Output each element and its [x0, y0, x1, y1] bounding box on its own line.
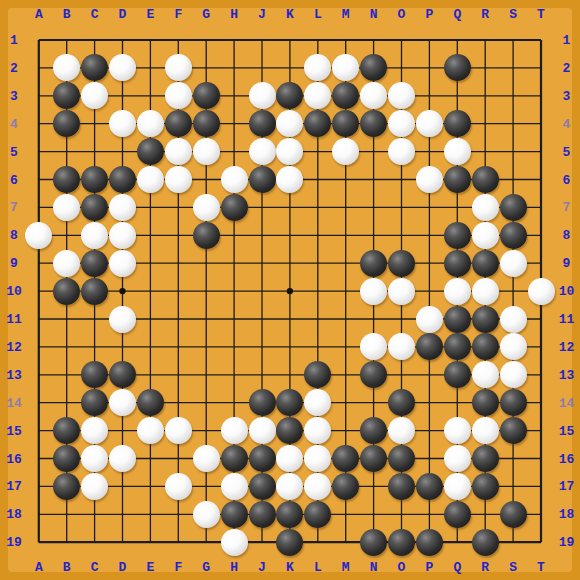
row-label-right-2: 2	[563, 61, 571, 74]
stone-O16-black[interactable]	[388, 445, 415, 472]
stone-C7-black[interactable]	[81, 194, 108, 221]
stone-F6-white[interactable]	[165, 166, 192, 193]
col-label-bottom-O: O	[398, 560, 406, 573]
stone-P6-white[interactable]	[416, 166, 443, 193]
col-label-top-R: R	[481, 8, 489, 21]
col-label-top-L: L	[314, 8, 322, 21]
col-label-top-Q: Q	[453, 8, 461, 21]
star-point-D10	[119, 288, 125, 294]
stone-O4-white[interactable]	[388, 110, 415, 137]
stone-J18-black[interactable]	[249, 501, 276, 528]
col-label-top-N: N	[370, 8, 378, 21]
col-label-top-D: D	[119, 8, 127, 21]
stone-C16-white[interactable]	[81, 445, 108, 472]
stone-R14-black[interactable]	[472, 389, 499, 416]
row-label-right-13: 13	[559, 368, 575, 381]
col-label-bottom-B: B	[63, 560, 71, 573]
stone-F17-white[interactable]	[165, 473, 192, 500]
stone-Q9-black[interactable]	[444, 250, 471, 277]
row-label-right-9: 9	[563, 257, 571, 270]
stone-Q17-white[interactable]	[444, 473, 471, 500]
row-label-right-5: 5	[563, 145, 571, 158]
row-label-left-8: 8	[10, 229, 18, 242]
row-label-left-9: 9	[10, 257, 18, 270]
stone-J5-white[interactable]	[249, 138, 276, 165]
go-board[interactable]: AABBCCDDEEFFGGHHJJKKLLMMNNOOPPQQRRSSTT11…	[0, 0, 580, 580]
stone-F4-black[interactable]	[165, 110, 192, 137]
stone-B7-white[interactable]	[53, 194, 80, 221]
stone-R17-black[interactable]	[472, 473, 499, 500]
stone-N10-white[interactable]	[360, 278, 387, 305]
col-label-bottom-L: L	[314, 560, 322, 573]
row-label-right-11: 11	[559, 313, 575, 326]
stone-G7-white[interactable]	[193, 194, 220, 221]
row-label-left-19: 19	[6, 536, 22, 549]
col-label-bottom-D: D	[119, 560, 127, 573]
row-label-right-1: 1	[563, 34, 571, 47]
stone-D9-white[interactable]	[109, 250, 136, 277]
stone-N9-black[interactable]	[360, 250, 387, 277]
stone-D7-white[interactable]	[109, 194, 136, 221]
col-label-bottom-C: C	[91, 560, 99, 573]
stone-F3-white[interactable]	[165, 82, 192, 109]
stone-R19-black[interactable]	[472, 529, 499, 556]
stone-M17-black[interactable]	[332, 473, 359, 500]
row-label-right-7: 7	[563, 201, 571, 214]
stone-G4-black[interactable]	[193, 110, 220, 137]
row-label-right-15: 15	[559, 424, 575, 437]
stone-H6-white[interactable]	[221, 166, 248, 193]
stone-J14-black[interactable]	[249, 389, 276, 416]
col-label-bottom-K: K	[286, 560, 294, 573]
stone-R12-black[interactable]	[472, 333, 499, 360]
col-label-bottom-S: S	[509, 560, 517, 573]
row-label-right-3: 3	[563, 89, 571, 102]
stone-E4-white[interactable]	[137, 110, 164, 137]
row-label-left-15: 15	[6, 424, 22, 437]
stone-D4-white[interactable]	[109, 110, 136, 137]
col-label-top-P: P	[425, 8, 433, 21]
row-label-left-10: 10	[6, 285, 22, 298]
row-label-left-7: 7	[10, 201, 18, 214]
stone-C9-black[interactable]	[81, 250, 108, 277]
stone-B17-black[interactable]	[53, 473, 80, 500]
col-label-bottom-M: M	[342, 560, 350, 573]
stone-K19-black[interactable]	[276, 529, 303, 556]
stone-C10-black[interactable]	[81, 278, 108, 305]
row-label-right-10: 10	[559, 285, 575, 298]
col-label-top-B: B	[63, 8, 71, 21]
col-label-bottom-P: P	[425, 560, 433, 573]
stone-H7-black[interactable]	[221, 194, 248, 221]
stone-P19-black[interactable]	[416, 529, 443, 556]
row-label-right-19: 19	[559, 536, 575, 549]
row-label-left-18: 18	[6, 508, 22, 521]
col-label-top-F: F	[174, 8, 182, 21]
stone-S18-black[interactable]	[500, 501, 527, 528]
stone-M16-black[interactable]	[332, 445, 359, 472]
col-label-top-C: C	[91, 8, 99, 21]
row-label-right-8: 8	[563, 229, 571, 242]
stone-S12-white[interactable]	[500, 333, 527, 360]
row-label-right-6: 6	[563, 173, 571, 186]
stone-H15-white[interactable]	[221, 417, 248, 444]
row-label-left-16: 16	[6, 452, 22, 465]
stone-N16-black[interactable]	[360, 445, 387, 472]
col-label-top-M: M	[342, 8, 350, 21]
stone-D11-white[interactable]	[109, 306, 136, 333]
stone-T10-white[interactable]	[528, 278, 555, 305]
stone-J3-white[interactable]	[249, 82, 276, 109]
row-label-left-4: 4	[10, 117, 18, 130]
col-label-bottom-J: J	[258, 560, 266, 573]
stone-H17-white[interactable]	[221, 473, 248, 500]
stone-Q12-black[interactable]	[444, 333, 471, 360]
stone-E15-white[interactable]	[137, 417, 164, 444]
col-label-bottom-G: G	[202, 560, 210, 573]
col-label-top-A: A	[35, 8, 43, 21]
col-label-bottom-E: E	[146, 560, 154, 573]
stone-E14-black[interactable]	[137, 389, 164, 416]
row-label-right-12: 12	[559, 340, 575, 353]
stone-Q5-white[interactable]	[444, 138, 471, 165]
stone-B6-black[interactable]	[53, 166, 80, 193]
stone-G16-white[interactable]	[193, 445, 220, 472]
stone-J15-white[interactable]	[249, 417, 276, 444]
stone-P4-white[interactable]	[416, 110, 443, 137]
stone-R9-black[interactable]	[472, 250, 499, 277]
col-label-bottom-R: R	[481, 560, 489, 573]
stone-O5-white[interactable]	[388, 138, 415, 165]
stone-N19-black[interactable]	[360, 529, 387, 556]
stone-G3-black[interactable]	[193, 82, 220, 109]
stone-H16-black[interactable]	[221, 445, 248, 472]
stone-B10-black[interactable]	[53, 278, 80, 305]
stone-R8-white[interactable]	[472, 222, 499, 249]
stone-K18-black[interactable]	[276, 501, 303, 528]
stone-R13-white[interactable]	[472, 361, 499, 388]
stone-Q15-white[interactable]	[444, 417, 471, 444]
stone-O9-black[interactable]	[388, 250, 415, 277]
stone-L18-black[interactable]	[304, 501, 331, 528]
stone-J17-black[interactable]	[249, 473, 276, 500]
stone-G18-white[interactable]	[193, 501, 220, 528]
stone-Q13-black[interactable]	[444, 361, 471, 388]
stone-H19-white[interactable]	[221, 529, 248, 556]
row-label-left-14: 14	[6, 396, 22, 409]
stone-Q8-black[interactable]	[444, 222, 471, 249]
stone-P11-white[interactable]	[416, 306, 443, 333]
col-label-top-H: H	[230, 8, 238, 21]
col-label-top-K: K	[286, 8, 294, 21]
stone-D16-white[interactable]	[109, 445, 136, 472]
stone-J16-black[interactable]	[249, 445, 276, 472]
stone-C15-white[interactable]	[81, 417, 108, 444]
col-label-bottom-A: A	[35, 560, 43, 573]
row-label-left-13: 13	[6, 368, 22, 381]
stone-B9-white[interactable]	[53, 250, 80, 277]
stone-O17-black[interactable]	[388, 473, 415, 500]
stone-R10-white[interactable]	[472, 278, 499, 305]
row-label-right-18: 18	[559, 508, 575, 521]
stone-O19-black[interactable]	[388, 529, 415, 556]
stone-S8-black[interactable]	[500, 222, 527, 249]
stone-L17-white[interactable]	[304, 473, 331, 500]
stone-R16-black[interactable]	[472, 445, 499, 472]
row-label-right-16: 16	[559, 452, 575, 465]
col-label-top-G: G	[202, 8, 210, 21]
stone-J6-black[interactable]	[249, 166, 276, 193]
stone-S14-black[interactable]	[500, 389, 527, 416]
stone-S7-black[interactable]	[500, 194, 527, 221]
stone-N15-black[interactable]	[360, 417, 387, 444]
stone-J4-black[interactable]	[249, 110, 276, 137]
stone-G5-white[interactable]	[193, 138, 220, 165]
stone-F2-white[interactable]	[165, 54, 192, 81]
stone-Q6-black[interactable]	[444, 166, 471, 193]
stone-R15-white[interactable]	[472, 417, 499, 444]
col-label-top-E: E	[146, 8, 154, 21]
stone-S11-white[interactable]	[500, 306, 527, 333]
stone-P17-black[interactable]	[416, 473, 443, 500]
stone-Q18-black[interactable]	[444, 501, 471, 528]
col-label-bottom-T: T	[537, 560, 545, 573]
star-point-K10	[287, 288, 293, 294]
stone-E5-black[interactable]	[137, 138, 164, 165]
row-label-right-4: 4	[563, 117, 571, 130]
stone-R7-white[interactable]	[472, 194, 499, 221]
stone-B16-black[interactable]	[53, 445, 80, 472]
col-label-top-T: T	[537, 8, 545, 21]
stone-S13-white[interactable]	[500, 361, 527, 388]
stone-A8-white[interactable]	[25, 222, 52, 249]
col-label-top-O: O	[398, 8, 406, 21]
stone-F5-white[interactable]	[165, 138, 192, 165]
col-label-bottom-Q: Q	[453, 560, 461, 573]
stone-S15-black[interactable]	[500, 417, 527, 444]
stone-R6-black[interactable]	[472, 166, 499, 193]
stone-O10-white[interactable]	[388, 278, 415, 305]
stone-Q10-white[interactable]	[444, 278, 471, 305]
stone-C6-black[interactable]	[81, 166, 108, 193]
stone-Q16-white[interactable]	[444, 445, 471, 472]
stone-S9-white[interactable]	[500, 250, 527, 277]
stone-O14-black[interactable]	[388, 389, 415, 416]
stone-Q4-black[interactable]	[444, 110, 471, 137]
row-label-right-17: 17	[559, 480, 575, 493]
stone-E6-white[interactable]	[137, 166, 164, 193]
stone-Q2-black[interactable]	[444, 54, 471, 81]
stone-D8-white[interactable]	[109, 222, 136, 249]
row-label-right-14: 14	[559, 396, 575, 409]
stone-D6-black[interactable]	[109, 166, 136, 193]
col-label-top-S: S	[509, 8, 517, 21]
stone-H18-black[interactable]	[221, 501, 248, 528]
row-label-left-1: 1	[10, 34, 18, 47]
stone-C17-white[interactable]	[81, 473, 108, 500]
row-label-left-5: 5	[10, 145, 18, 158]
stone-F15-white[interactable]	[165, 417, 192, 444]
row-label-left-6: 6	[10, 173, 18, 186]
row-label-left-17: 17	[6, 480, 22, 493]
stone-O15-white[interactable]	[388, 417, 415, 444]
row-label-left-11: 11	[6, 313, 22, 326]
row-label-left-12: 12	[6, 340, 22, 353]
col-label-bottom-F: F	[174, 560, 182, 573]
stone-C8-white[interactable]	[81, 222, 108, 249]
stone-R11-black[interactable]	[472, 306, 499, 333]
col-label-bottom-N: N	[370, 560, 378, 573]
row-label-left-2: 2	[10, 61, 18, 74]
row-label-left-3: 3	[10, 89, 18, 102]
stone-D14-white[interactable]	[109, 389, 136, 416]
stone-Q11-black[interactable]	[444, 306, 471, 333]
stone-G8-black[interactable]	[193, 222, 220, 249]
col-label-bottom-H: H	[230, 560, 238, 573]
col-label-top-J: J	[258, 8, 266, 21]
